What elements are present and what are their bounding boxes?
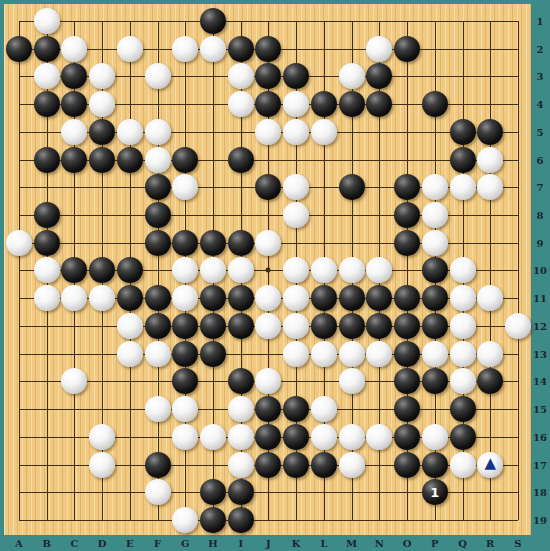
row-label: 13 xyxy=(533,348,547,359)
white-stone[interactable] xyxy=(255,119,281,145)
black-stone[interactable] xyxy=(366,63,392,89)
black-stone[interactable] xyxy=(394,174,420,200)
column-label: E xyxy=(126,538,134,549)
black-stone[interactable] xyxy=(34,91,60,117)
white-stone[interactable] xyxy=(477,174,503,200)
black-stone[interactable] xyxy=(228,36,254,62)
white-stone[interactable] xyxy=(283,119,309,145)
column-label: F xyxy=(154,538,161,549)
black-stone[interactable] xyxy=(422,368,448,394)
black-stone[interactable] xyxy=(394,396,420,422)
row-label: 18 xyxy=(533,487,547,498)
column-label: Q xyxy=(458,538,467,549)
black-stone[interactable] xyxy=(422,452,448,478)
go-board[interactable]: ▲1 xyxy=(4,4,531,535)
white-stone[interactable] xyxy=(172,507,198,533)
white-stone[interactable] xyxy=(422,341,448,367)
black-stone[interactable] xyxy=(117,257,143,283)
black-stone[interactable] xyxy=(311,285,337,311)
black-stone[interactable] xyxy=(200,479,226,505)
white-stone[interactable] xyxy=(339,341,365,367)
white-stone[interactable] xyxy=(117,341,143,367)
black-stone[interactable] xyxy=(34,202,60,228)
black-stone[interactable] xyxy=(172,368,198,394)
row-label: 9 xyxy=(537,237,544,248)
white-stone[interactable] xyxy=(200,424,226,450)
white-stone[interactable] xyxy=(339,424,365,450)
white-stone[interactable] xyxy=(228,424,254,450)
black-stone[interactable] xyxy=(228,507,254,533)
white-stone[interactable] xyxy=(61,119,87,145)
white-stone[interactable] xyxy=(228,63,254,89)
column-label: K xyxy=(292,538,301,549)
move-number-label: 1 xyxy=(430,486,439,499)
black-stone[interactable] xyxy=(450,147,476,173)
white-stone[interactable] xyxy=(172,396,198,422)
black-stone[interactable] xyxy=(450,424,476,450)
black-stone[interactable] xyxy=(477,368,503,394)
white-stone[interactable] xyxy=(255,313,281,339)
black-stone[interactable] xyxy=(311,452,337,478)
black-stone[interactable] xyxy=(228,230,254,256)
black-stone[interactable] xyxy=(89,147,115,173)
white-stone[interactable] xyxy=(145,147,171,173)
row-label: 10 xyxy=(533,265,547,276)
black-stone[interactable] xyxy=(255,424,281,450)
black-stone[interactable] xyxy=(89,257,115,283)
white-stone[interactable] xyxy=(200,257,226,283)
black-stone[interactable] xyxy=(339,313,365,339)
row-label: 5 xyxy=(537,126,544,137)
black-stone[interactable] xyxy=(228,147,254,173)
row-label: 8 xyxy=(537,210,544,221)
white-stone[interactable] xyxy=(311,341,337,367)
black-stone[interactable] xyxy=(283,63,309,89)
black-stone[interactable] xyxy=(394,452,420,478)
black-stone[interactable] xyxy=(172,313,198,339)
white-stone[interactable]: ▲ xyxy=(477,452,503,478)
grid-line-vertical xyxy=(490,21,491,520)
white-stone[interactable] xyxy=(450,174,476,200)
black-stone[interactable] xyxy=(255,63,281,89)
black-stone[interactable] xyxy=(6,36,32,62)
black-stone[interactable] xyxy=(145,452,171,478)
column-label: R xyxy=(486,538,494,549)
black-stone[interactable] xyxy=(145,202,171,228)
row-label: 1 xyxy=(537,16,544,27)
column-label: J xyxy=(266,538,271,549)
white-stone[interactable] xyxy=(422,424,448,450)
black-stone[interactable] xyxy=(34,147,60,173)
white-stone[interactable] xyxy=(283,341,309,367)
column-label: I xyxy=(238,538,243,549)
black-stone[interactable] xyxy=(339,91,365,117)
black-stone[interactable] xyxy=(450,396,476,422)
black-stone[interactable] xyxy=(394,368,420,394)
white-stone[interactable] xyxy=(450,257,476,283)
black-stone[interactable] xyxy=(255,452,281,478)
column-label: P xyxy=(431,538,439,549)
white-stone[interactable] xyxy=(505,313,531,339)
white-stone[interactable] xyxy=(145,341,171,367)
grid-line-horizontal xyxy=(19,520,518,521)
black-stone[interactable] xyxy=(145,230,171,256)
black-stone[interactable] xyxy=(200,313,226,339)
row-label: 11 xyxy=(533,293,547,304)
go-diagram: ▲1 ABCDEFGHIJKLMNOPQRS123456789101112131… xyxy=(0,0,550,551)
white-stone[interactable] xyxy=(311,119,337,145)
white-stone[interactable] xyxy=(145,479,171,505)
black-stone[interactable] xyxy=(394,341,420,367)
white-stone[interactable] xyxy=(255,230,281,256)
black-stone[interactable] xyxy=(145,313,171,339)
black-stone[interactable] xyxy=(394,313,420,339)
black-stone[interactable] xyxy=(450,119,476,145)
white-stone[interactable] xyxy=(61,36,87,62)
white-stone[interactable] xyxy=(145,63,171,89)
white-stone[interactable] xyxy=(339,452,365,478)
row-label: 15 xyxy=(533,404,547,415)
star-point xyxy=(266,268,271,273)
black-stone[interactable] xyxy=(228,313,254,339)
white-stone[interactable] xyxy=(172,257,198,283)
white-stone[interactable] xyxy=(117,36,143,62)
black-stone[interactable] xyxy=(339,285,365,311)
black-stone[interactable] xyxy=(172,341,198,367)
black-stone[interactable] xyxy=(34,230,60,256)
black-stone[interactable] xyxy=(117,147,143,173)
black-stone[interactable] xyxy=(422,285,448,311)
white-stone[interactable] xyxy=(6,230,32,256)
black-stone[interactable] xyxy=(394,202,420,228)
black-stone[interactable] xyxy=(255,36,281,62)
column-label: S xyxy=(514,538,521,549)
white-stone[interactable] xyxy=(145,119,171,145)
white-stone[interactable] xyxy=(61,285,87,311)
row-label: 3 xyxy=(537,71,544,82)
white-stone[interactable] xyxy=(172,174,198,200)
column-label: M xyxy=(346,538,357,549)
triangle-marker: ▲ xyxy=(484,456,496,471)
white-stone[interactable] xyxy=(89,91,115,117)
black-stone[interactable] xyxy=(283,396,309,422)
black-stone[interactable] xyxy=(61,257,87,283)
white-stone[interactable] xyxy=(339,63,365,89)
white-stone[interactable] xyxy=(366,257,392,283)
row-label: 19 xyxy=(533,514,547,525)
black-stone[interactable] xyxy=(339,174,365,200)
white-stone[interactable] xyxy=(172,424,198,450)
white-stone[interactable] xyxy=(89,63,115,89)
black-stone[interactable] xyxy=(394,285,420,311)
white-stone[interactable] xyxy=(283,257,309,283)
white-stone[interactable] xyxy=(172,36,198,62)
row-label: 7 xyxy=(537,182,544,193)
white-stone[interactable] xyxy=(283,91,309,117)
white-stone[interactable] xyxy=(283,202,309,228)
white-stone[interactable] xyxy=(89,424,115,450)
black-stone[interactable] xyxy=(394,230,420,256)
white-stone[interactable] xyxy=(450,341,476,367)
black-stone[interactable] xyxy=(366,91,392,117)
white-stone[interactable] xyxy=(366,424,392,450)
white-stone[interactable] xyxy=(117,119,143,145)
black-stone[interactable] xyxy=(228,368,254,394)
black-stone[interactable] xyxy=(89,119,115,145)
black-stone[interactable] xyxy=(61,63,87,89)
black-stone[interactable] xyxy=(61,147,87,173)
column-label: N xyxy=(375,538,384,549)
white-stone[interactable] xyxy=(255,368,281,394)
black-stone[interactable] xyxy=(61,91,87,117)
black-stone[interactable] xyxy=(200,285,226,311)
white-stone[interactable] xyxy=(228,91,254,117)
white-stone[interactable] xyxy=(477,341,503,367)
row-label: 4 xyxy=(537,99,544,110)
black-stone[interactable] xyxy=(394,424,420,450)
column-label: G xyxy=(181,538,190,549)
row-label: 17 xyxy=(533,459,547,470)
white-stone[interactable] xyxy=(228,452,254,478)
white-stone[interactable] xyxy=(145,396,171,422)
white-stone[interactable] xyxy=(311,424,337,450)
white-stone[interactable] xyxy=(34,285,60,311)
white-stone[interactable] xyxy=(89,452,115,478)
black-stone[interactable] xyxy=(200,230,226,256)
white-stone[interactable] xyxy=(283,285,309,311)
row-label: 2 xyxy=(537,43,544,54)
black-stone[interactable] xyxy=(283,452,309,478)
white-stone[interactable] xyxy=(366,341,392,367)
white-stone[interactable] xyxy=(450,452,476,478)
black-stone[interactable] xyxy=(145,285,171,311)
black-stone[interactable] xyxy=(172,230,198,256)
white-stone[interactable] xyxy=(311,257,337,283)
white-stone[interactable] xyxy=(450,313,476,339)
white-stone[interactable] xyxy=(422,202,448,228)
black-stone[interactable] xyxy=(394,36,420,62)
white-stone[interactable] xyxy=(283,174,309,200)
white-stone[interactable] xyxy=(61,368,87,394)
white-stone[interactable] xyxy=(34,8,60,34)
black-stone[interactable] xyxy=(145,174,171,200)
row-label: 12 xyxy=(533,320,547,331)
white-stone[interactable] xyxy=(200,36,226,62)
white-stone[interactable] xyxy=(117,313,143,339)
white-stone[interactable] xyxy=(477,147,503,173)
black-stone[interactable] xyxy=(228,285,254,311)
row-label: 16 xyxy=(533,431,547,442)
black-stone[interactable] xyxy=(311,91,337,117)
column-label: B xyxy=(42,538,50,549)
white-stone[interactable] xyxy=(283,313,309,339)
white-stone[interactable] xyxy=(450,368,476,394)
black-stone[interactable] xyxy=(34,36,60,62)
row-label: 6 xyxy=(537,154,544,165)
white-stone[interactable] xyxy=(34,257,60,283)
white-stone[interactable] xyxy=(477,285,503,311)
white-stone[interactable] xyxy=(89,285,115,311)
black-stone[interactable] xyxy=(422,91,448,117)
column-label: H xyxy=(208,538,217,549)
white-stone[interactable] xyxy=(450,285,476,311)
black-stone[interactable] xyxy=(422,257,448,283)
black-stone[interactable] xyxy=(311,313,337,339)
white-stone[interactable] xyxy=(366,36,392,62)
black-stone[interactable] xyxy=(200,507,226,533)
white-stone[interactable] xyxy=(311,396,337,422)
column-label: C xyxy=(70,538,78,549)
white-stone[interactable] xyxy=(172,285,198,311)
white-stone[interactable] xyxy=(255,285,281,311)
black-stone[interactable] xyxy=(255,396,281,422)
black-stone[interactable]: 1 xyxy=(422,479,448,505)
white-stone[interactable] xyxy=(34,63,60,89)
white-stone[interactable] xyxy=(228,257,254,283)
black-stone[interactable] xyxy=(255,174,281,200)
black-stone[interactable] xyxy=(366,313,392,339)
black-stone[interactable] xyxy=(477,119,503,145)
white-stone[interactable] xyxy=(339,368,365,394)
row-label: 14 xyxy=(533,376,547,387)
column-label: O xyxy=(403,538,412,549)
column-label: D xyxy=(98,538,107,549)
black-stone[interactable] xyxy=(422,313,448,339)
white-stone[interactable] xyxy=(422,174,448,200)
column-label: A xyxy=(15,538,23,549)
black-stone[interactable] xyxy=(366,285,392,311)
black-stone[interactable] xyxy=(228,479,254,505)
white-stone[interactable] xyxy=(422,230,448,256)
white-stone[interactable] xyxy=(339,257,365,283)
black-stone[interactable] xyxy=(283,424,309,450)
black-stone[interactable] xyxy=(200,341,226,367)
grid-line-vertical xyxy=(518,21,519,520)
black-stone[interactable] xyxy=(117,285,143,311)
column-label: L xyxy=(320,538,327,549)
white-stone[interactable] xyxy=(228,396,254,422)
black-stone[interactable] xyxy=(172,147,198,173)
black-stone[interactable] xyxy=(255,91,281,117)
black-stone[interactable] xyxy=(200,8,226,34)
